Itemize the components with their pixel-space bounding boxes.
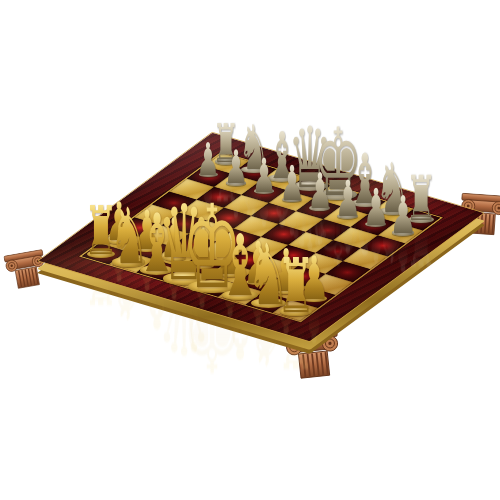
black-pawn-icon: ♟ — [335, 174, 361, 224]
chess-set-product-photo: ♜♜♟♟♞♞♟♟♝♝♟♟♛♛♟♟♟♟♚♚♜♜♟♟♟♟♝♝♞♞♟♟♟♟♞♞♝♝♟♟… — [0, 0, 500, 500]
black-pawn-icon: ♟ — [279, 159, 304, 207]
black-pawn-icon: ♟ — [390, 189, 417, 241]
black-pawn-icon: ♟ — [252, 152, 277, 199]
black-pawn-icon: ♟ — [196, 137, 219, 182]
white-rook-icon: ♜ — [276, 249, 315, 325]
black-pawn-icon: ♟ — [307, 167, 333, 216]
pieces-layer: ♜♜♟♟♞♞♟♟♝♝♟♟♛♛♟♟♟♟♚♚♜♜♟♟♟♟♝♝♞♞♟♟♟♟♞♞♝♝♟♟… — [0, 0, 500, 500]
black-pawn-icon: ♟ — [362, 182, 389, 233]
